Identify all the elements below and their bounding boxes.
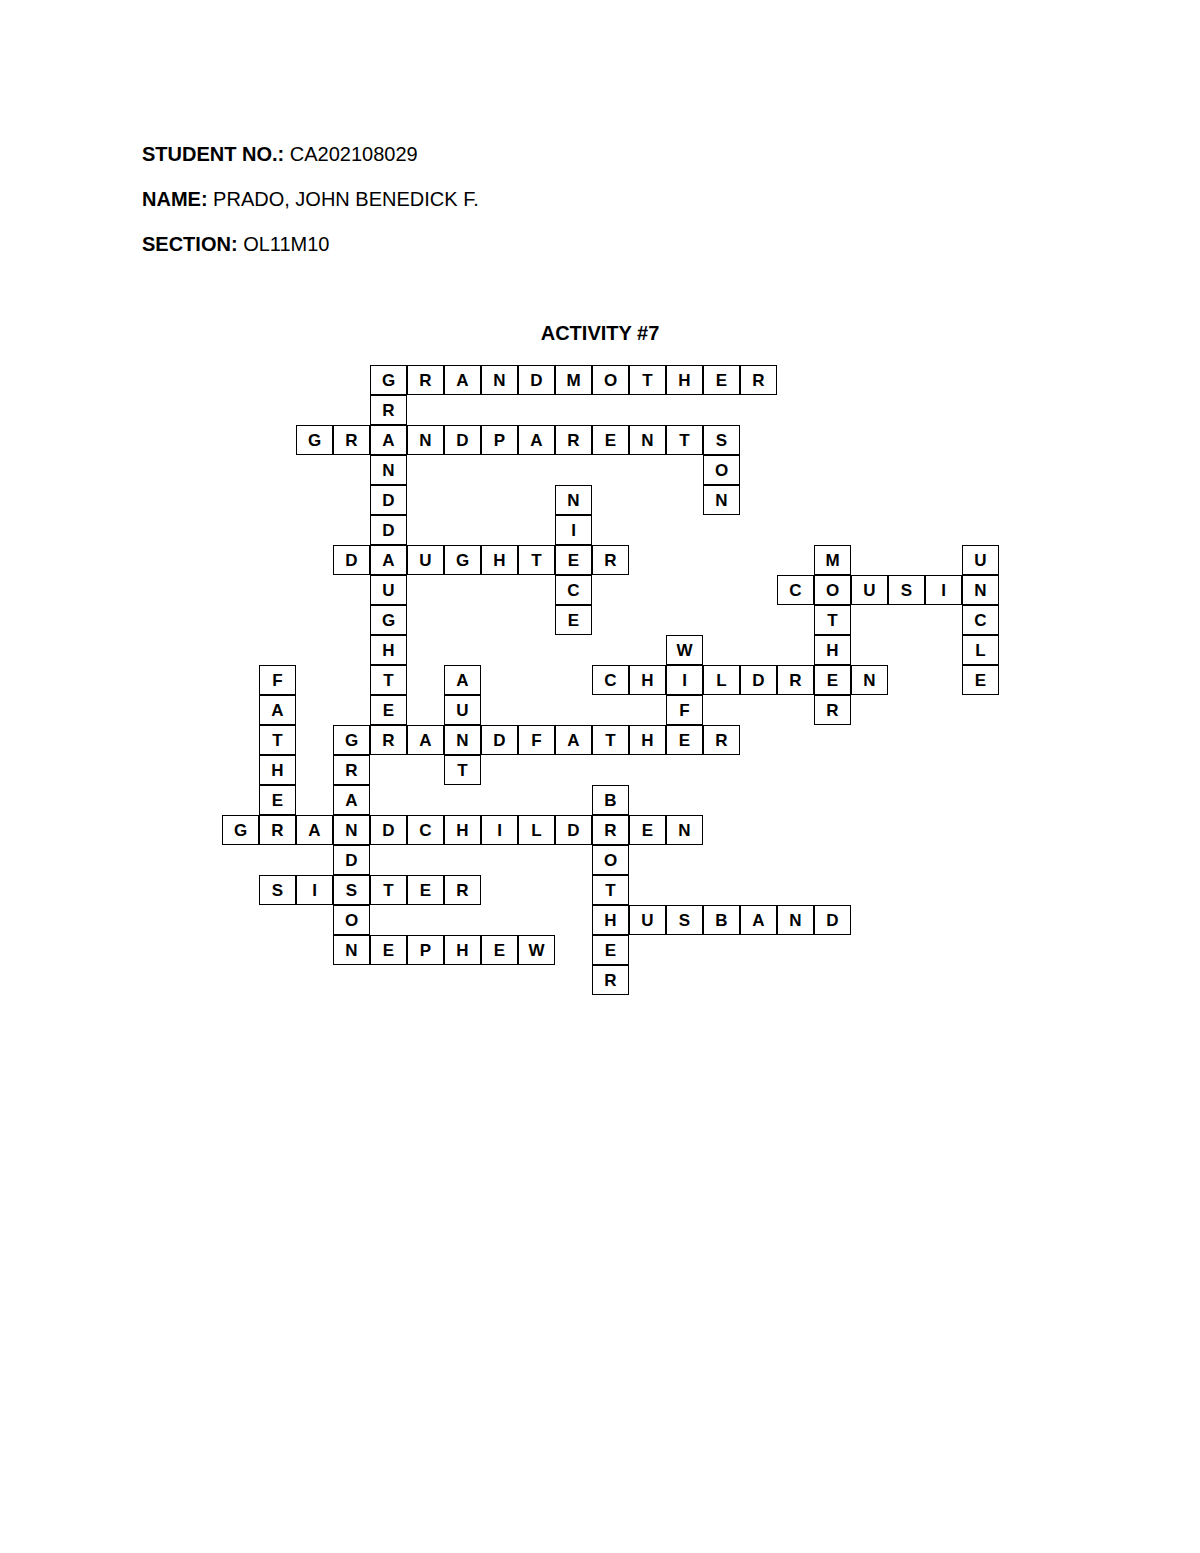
cell-r11c4: E [370, 695, 407, 725]
cell-r12c6: N [444, 725, 481, 755]
cell-r6c6: G [444, 545, 481, 575]
cell-r18c11: U [629, 905, 666, 935]
cell-r14c3: A [333, 785, 370, 815]
section-label: SECTION: [142, 233, 238, 255]
cell-r2c13: S [703, 425, 740, 455]
cell-r9c16: H [814, 635, 851, 665]
cell-r20c10: R [592, 965, 629, 995]
cell-r17c2: I [296, 875, 333, 905]
cell-r6c10: R [592, 545, 629, 575]
cell-r7c20: N [962, 575, 999, 605]
cell-r19c3: N [333, 935, 370, 965]
cell-r17c10: T [592, 875, 629, 905]
cell-r8c9: E [555, 605, 592, 635]
cell-r17c6: R [444, 875, 481, 905]
cell-r19c6: H [444, 935, 481, 965]
cell-r19c4: E [370, 935, 407, 965]
cell-r7c9: C [555, 575, 592, 605]
activity-title: ACTIVITY #7 [0, 322, 1200, 345]
cell-r4c13: N [703, 485, 740, 515]
cell-r10c13: L [703, 665, 740, 695]
cell-r17c3: S [333, 875, 370, 905]
cell-r15c3: N [333, 815, 370, 845]
cell-r10c6: A [444, 665, 481, 695]
cell-r11c1: A [259, 695, 296, 725]
cell-r12c8: F [518, 725, 555, 755]
cell-r14c10: B [592, 785, 629, 815]
cell-r0c12: H [666, 365, 703, 395]
crossword-grid: GRANDMOTHERRGRANDPARENTSNODNNDIDAUGHTERM… [222, 365, 999, 995]
cell-r2c6: D [444, 425, 481, 455]
cell-r9c20: L [962, 635, 999, 665]
cell-r15c12: N [666, 815, 703, 845]
cell-r11c16: R [814, 695, 851, 725]
cell-r7c16: O [814, 575, 851, 605]
cell-r6c7: H [481, 545, 518, 575]
cell-r14c1: E [259, 785, 296, 815]
cell-r11c6: U [444, 695, 481, 725]
cell-r17c4: T [370, 875, 407, 905]
cell-r10c14: D [740, 665, 777, 695]
cell-r19c10: E [592, 935, 629, 965]
cell-r0c6: A [444, 365, 481, 395]
name-line: NAME: PRADO, JOHN BENEDICK F. [142, 189, 479, 210]
cell-r0c11: T [629, 365, 666, 395]
cell-r15c11: E [629, 815, 666, 845]
cell-r15c1: R [259, 815, 296, 845]
cell-r10c12: I [666, 665, 703, 695]
cell-r16c3: D [333, 845, 370, 875]
name-value: PRADO, JOHN BENEDICK F. [213, 188, 479, 210]
cell-r7c15: C [777, 575, 814, 605]
cell-r0c7: N [481, 365, 518, 395]
cell-r1c4: R [370, 395, 407, 425]
cell-r16c10: O [592, 845, 629, 875]
section-line: SECTION: OL11M10 [142, 234, 479, 255]
cell-r6c4: A [370, 545, 407, 575]
cell-r0c8: D [518, 365, 555, 395]
cell-r0c13: E [703, 365, 740, 395]
cell-r5c4: D [370, 515, 407, 545]
cell-r8c16: T [814, 605, 851, 635]
cell-r12c12: E [666, 725, 703, 755]
section-value: OL11M10 [243, 233, 329, 255]
cell-r15c6: H [444, 815, 481, 845]
cell-r9c12: W [666, 635, 703, 665]
cell-r19c5: P [407, 935, 444, 965]
cell-r15c2: A [296, 815, 333, 845]
cell-r6c5: U [407, 545, 444, 575]
cell-r18c16: D [814, 905, 851, 935]
cell-r2c11: N [629, 425, 666, 455]
cell-r6c20: U [962, 545, 999, 575]
cell-r4c4: D [370, 485, 407, 515]
cell-r15c4: D [370, 815, 407, 845]
cell-r15c5: C [407, 815, 444, 845]
cell-r12c3: G [333, 725, 370, 755]
cell-r2c8: A [518, 425, 555, 455]
cell-r12c1: T [259, 725, 296, 755]
student-info: STUDENT NO.: CA202108029 NAME: PRADO, JO… [142, 144, 479, 279]
cell-r17c1: S [259, 875, 296, 905]
cell-r0c9: M [555, 365, 592, 395]
cell-r0c14: R [740, 365, 777, 395]
cell-r6c3: D [333, 545, 370, 575]
cell-r2c4: A [370, 425, 407, 455]
cell-r10c10: C [592, 665, 629, 695]
cell-r19c8: W [518, 935, 555, 965]
cell-r8c20: C [962, 605, 999, 635]
cell-r15c7: I [481, 815, 518, 845]
cell-r15c9: D [555, 815, 592, 845]
cell-r2c7: P [481, 425, 518, 455]
cell-r12c5: A [407, 725, 444, 755]
cell-r18c13: B [703, 905, 740, 935]
name-label: NAME: [142, 188, 208, 210]
student-no-value: CA202108029 [290, 143, 418, 165]
cell-r10c16: E [814, 665, 851, 695]
cell-r18c10: H [592, 905, 629, 935]
cell-r12c10: T [592, 725, 629, 755]
cell-r3c4: N [370, 455, 407, 485]
cell-r2c10: E [592, 425, 629, 455]
cell-r10c4: T [370, 665, 407, 695]
cell-r2c12: T [666, 425, 703, 455]
cell-r18c15: N [777, 905, 814, 935]
cell-r12c9: A [555, 725, 592, 755]
cell-r0c4: G [370, 365, 407, 395]
cell-r6c8: T [518, 545, 555, 575]
cell-r2c9: R [555, 425, 592, 455]
cell-r17c5: E [407, 875, 444, 905]
cell-r6c16: M [814, 545, 851, 575]
cell-r18c3: O [333, 905, 370, 935]
cell-r4c9: N [555, 485, 592, 515]
cell-r2c2: G [296, 425, 333, 455]
cell-r19c7: E [481, 935, 518, 965]
cell-r7c17: U [851, 575, 888, 605]
cell-r12c4: R [370, 725, 407, 755]
cell-r15c10: R [592, 815, 629, 845]
cell-r7c18: S [888, 575, 925, 605]
cell-r10c1: F [259, 665, 296, 695]
cell-r18c12: S [666, 905, 703, 935]
cell-r0c5: R [407, 365, 444, 395]
cell-r11c12: F [666, 695, 703, 725]
cell-r2c5: N [407, 425, 444, 455]
cell-r7c19: I [925, 575, 962, 605]
document-page: STUDENT NO.: CA202108029 NAME: PRADO, JO… [0, 0, 1200, 1553]
cell-r8c4: G [370, 605, 407, 635]
cell-r15c0: G [222, 815, 259, 845]
cell-r12c13: R [703, 725, 740, 755]
cell-r10c17: N [851, 665, 888, 695]
cell-r2c3: R [333, 425, 370, 455]
cell-r15c8: L [518, 815, 555, 845]
cell-r7c4: U [370, 575, 407, 605]
cell-r0c10: O [592, 365, 629, 395]
cell-r12c11: H [629, 725, 666, 755]
cell-r9c4: H [370, 635, 407, 665]
cell-r12c7: D [481, 725, 518, 755]
cell-r10c11: H [629, 665, 666, 695]
cell-r10c15: R [777, 665, 814, 695]
cell-r13c6: T [444, 755, 481, 785]
student-no-line: STUDENT NO.: CA202108029 [142, 144, 479, 165]
cell-r6c9: E [555, 545, 592, 575]
cell-r10c20: E [962, 665, 999, 695]
cell-r3c13: O [703, 455, 740, 485]
cell-r13c3: R [333, 755, 370, 785]
student-no-label: STUDENT NO.: [142, 143, 284, 165]
cell-r5c9: I [555, 515, 592, 545]
cell-r13c1: H [259, 755, 296, 785]
cell-r18c14: A [740, 905, 777, 935]
